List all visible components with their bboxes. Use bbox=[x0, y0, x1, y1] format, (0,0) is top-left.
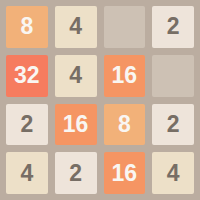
board-2048[interactable]: 842324162168242164 bbox=[0, 0, 200, 200]
tile-16: 16 bbox=[104, 55, 146, 97]
tile-4: 4 bbox=[55, 6, 97, 48]
empty-cell bbox=[152, 55, 194, 97]
tile-4: 4 bbox=[55, 55, 97, 97]
tile-4: 4 bbox=[152, 152, 194, 194]
tile-32: 32 bbox=[6, 55, 48, 97]
tile-2: 2 bbox=[55, 152, 97, 194]
tile-2: 2 bbox=[6, 104, 48, 146]
tile-8: 8 bbox=[6, 6, 48, 48]
tile-4: 4 bbox=[6, 152, 48, 194]
tile-16: 16 bbox=[104, 152, 146, 194]
tile-8: 8 bbox=[104, 104, 146, 146]
tile-2: 2 bbox=[152, 6, 194, 48]
tile-16: 16 bbox=[55, 104, 97, 146]
tile-2: 2 bbox=[152, 104, 194, 146]
empty-cell bbox=[104, 6, 146, 48]
